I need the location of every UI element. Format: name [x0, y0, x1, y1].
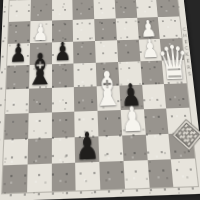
pieces-layer: ♟♟♟♟♟♝♛♝♟♟♟ [0, 0, 200, 200]
board-photo: ♟♟♟♟♟♝♛♝♟♟♟ CHECKERS [0, 0, 200, 200]
chess-piece-white-queen-h5[interactable]: ♛ [155, 40, 192, 88]
chess-piece-white-pawn-b7[interactable]: ♟ [33, 20, 49, 43]
chess-piece-black-pawn-c6[interactable]: ♟ [54, 40, 72, 66]
chess-piece-black-pawn-d2[interactable]: ♟ [75, 127, 100, 166]
chess-board: ♟♟♟♟♟♝♛♝♟♟♟ CHECKERS [0, 0, 200, 200]
chess-piece-white-pawn-f3[interactable]: ♟ [121, 102, 145, 137]
chess-piece-black-bishop-b5[interactable]: ♝ [25, 48, 55, 92]
